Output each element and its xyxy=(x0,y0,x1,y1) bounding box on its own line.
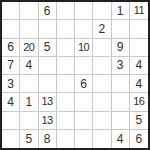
cell-r1c2[interactable] xyxy=(20,2,38,20)
cell-r1c6[interactable] xyxy=(93,2,111,20)
cell-r4c2: 4 xyxy=(20,57,38,75)
cell-r5c7[interactable] xyxy=(112,75,130,93)
cell-r6c8: 16 xyxy=(130,93,148,111)
cell-r1c1[interactable] xyxy=(2,2,20,20)
cell-r5c2[interactable] xyxy=(20,75,38,93)
cell-r7c1[interactable] xyxy=(2,112,20,130)
cell-r5c8: 4 xyxy=(130,75,148,93)
cell-r2c1[interactable] xyxy=(2,20,20,38)
cell-r5c1: 3 xyxy=(2,75,20,93)
cell-r1c3: 6 xyxy=(39,2,57,20)
cell-r6c2: 1 xyxy=(20,93,38,111)
cell-r2c5[interactable] xyxy=(75,20,93,38)
cell-r7c6[interactable] xyxy=(93,112,111,130)
cell-r7c4[interactable] xyxy=(57,112,75,130)
cell-r8c4[interactable] xyxy=(57,130,75,148)
cell-r6c5[interactable] xyxy=(75,93,93,111)
cell-r3c2: 20 xyxy=(20,39,38,57)
cell-r3c7: 9 xyxy=(112,39,130,57)
cell-r7c8: 5 xyxy=(130,112,148,130)
cell-r3c4[interactable] xyxy=(57,39,75,57)
cell-r6c4[interactable] xyxy=(57,93,75,111)
cell-r3c3: 5 xyxy=(39,39,57,57)
cell-r3c5: 10 xyxy=(75,39,93,57)
cell-r5c6[interactable] xyxy=(93,75,111,93)
cell-r7c7[interactable] xyxy=(112,112,130,130)
cell-r8c1[interactable] xyxy=(2,130,20,148)
cell-r3c6[interactable] xyxy=(93,39,111,57)
cell-r7c2[interactable] xyxy=(20,112,38,130)
cell-r1c7: 1 xyxy=(112,2,130,20)
cell-r6c1: 4 xyxy=(2,93,20,111)
cell-r5c3[interactable] xyxy=(39,75,57,93)
cell-r2c6: 2 xyxy=(93,20,111,38)
cell-r1c8: 11 xyxy=(130,2,148,20)
cell-r8c8: 6 xyxy=(130,130,148,148)
cell-r4c6[interactable] xyxy=(93,57,111,75)
cell-r4c7: 3 xyxy=(112,57,130,75)
cell-r2c8[interactable] xyxy=(130,20,148,38)
cell-r5c5: 6 xyxy=(75,75,93,93)
cell-r8c2: 5 xyxy=(20,130,38,148)
cell-r2c4[interactable] xyxy=(57,20,75,38)
cell-r8c6[interactable] xyxy=(93,130,111,148)
cell-r3c8[interactable] xyxy=(130,39,148,57)
cell-r1c4[interactable] xyxy=(57,2,75,20)
cell-r8c3: 8 xyxy=(39,130,57,148)
cell-r5c4[interactable] xyxy=(57,75,75,93)
cell-r4c5[interactable] xyxy=(75,57,93,75)
cell-r8c5[interactable] xyxy=(75,130,93,148)
cell-r2c7[interactable] xyxy=(112,20,130,38)
cell-r7c3: 13 xyxy=(39,112,57,130)
cell-r4c4[interactable] xyxy=(57,57,75,75)
cell-r7c5[interactable] xyxy=(75,112,93,130)
cell-r4c8: 4 xyxy=(130,57,148,75)
cell-r6c3: 13 xyxy=(39,93,57,111)
cell-r6c6[interactable] xyxy=(93,93,111,111)
fillomino-board: 61112620510974343644113161355846 xyxy=(0,0,150,150)
cell-r8c7: 4 xyxy=(112,130,130,148)
cell-r1c5[interactable] xyxy=(75,2,93,20)
cell-r3c1: 6 xyxy=(2,39,20,57)
cell-r4c1: 7 xyxy=(2,57,20,75)
cell-r4c3[interactable] xyxy=(39,57,57,75)
cell-r2c3[interactable] xyxy=(39,20,57,38)
cell-r6c7[interactable] xyxy=(112,93,130,111)
cell-r2c2[interactable] xyxy=(20,20,38,38)
